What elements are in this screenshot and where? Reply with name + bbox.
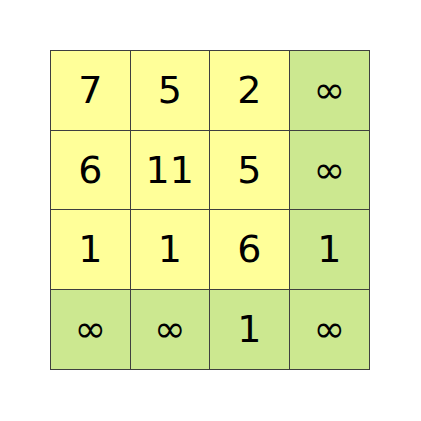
- cell-r1c1: 7: [51, 51, 131, 131]
- cell-r3c3: 6: [210, 210, 290, 290]
- cell-r1c4: ∞: [290, 51, 370, 131]
- cell-r1c2: 5: [131, 51, 211, 131]
- cell-r4c2: ∞: [131, 290, 211, 370]
- cell-r4c3: 1: [210, 290, 290, 370]
- cell-r2c1: 6: [51, 131, 131, 211]
- cell-r2c4: ∞: [290, 131, 370, 211]
- cell-r1c3: 2: [210, 51, 290, 131]
- cell-r4c4: ∞: [290, 290, 370, 370]
- cell-r3c1: 1: [51, 210, 131, 290]
- cell-r2c3: 5: [210, 131, 290, 211]
- diagram-canvas: 7 5 2 ∞ 6 11 5 ∞ 1 1 6 1 ∞ ∞ 1 ∞: [0, 0, 421, 421]
- cell-r3c2: 1: [131, 210, 211, 290]
- number-grid: 7 5 2 ∞ 6 11 5 ∞ 1 1 6 1 ∞ ∞ 1 ∞: [50, 50, 370, 370]
- cell-r4c1: ∞: [51, 290, 131, 370]
- cell-r3c4: 1: [290, 210, 370, 290]
- cell-r2c2: 11: [131, 131, 211, 211]
